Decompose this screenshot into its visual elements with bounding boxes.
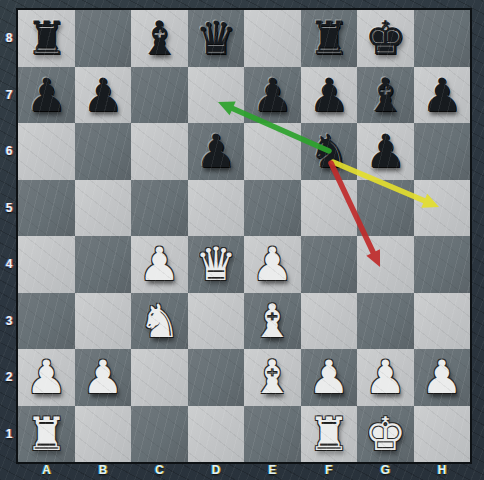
square-h2[interactable]: ♟	[414, 349, 471, 406]
chess-board[interactable]: ♜♝♛♜♚♟♟♟♟♝♟♟♞♟♟♛♟♞♝♟♟♝♟♟♟♜♜♚	[18, 10, 470, 462]
rank-labels: 87654321	[0, 10, 18, 462]
square-h4[interactable]	[414, 236, 471, 293]
square-d5[interactable]	[188, 180, 245, 237]
square-g6[interactable]: ♟	[357, 123, 414, 180]
white-bishop-e3[interactable]: ♝	[244, 293, 301, 350]
rank-label-2: 2	[0, 349, 18, 406]
file-label-c: C	[131, 460, 188, 480]
square-h5[interactable]	[414, 180, 471, 237]
square-d1[interactable]	[188, 406, 245, 463]
square-f7[interactable]: ♟	[301, 67, 358, 124]
white-king-g1[interactable]: ♚	[357, 406, 414, 463]
square-b4[interactable]	[75, 236, 132, 293]
black-bishop-c8[interactable]: ♝	[131, 10, 188, 67]
white-queen-d4[interactable]: ♛	[188, 236, 245, 293]
square-g5[interactable]	[357, 180, 414, 237]
square-e5[interactable]	[244, 180, 301, 237]
square-a5[interactable]	[18, 180, 75, 237]
rank-label-6: 6	[0, 123, 18, 180]
black-pawn-h7[interactable]: ♟	[414, 67, 471, 124]
file-labels: ABCDEFGH	[18, 460, 470, 480]
square-h3[interactable]	[414, 293, 471, 350]
square-b6[interactable]	[75, 123, 132, 180]
square-d2[interactable]	[188, 349, 245, 406]
square-b1[interactable]	[75, 406, 132, 463]
square-g7[interactable]: ♝	[357, 67, 414, 124]
chess-board-app: 87654321 ♜♝♛♜♚♟♟♟♟♝♟♟♞♟♟♛♟♞♝♟♟♝♟♟♟♜♜♚ AB…	[0, 0, 484, 480]
square-c7[interactable]	[131, 67, 188, 124]
white-pawn-c4[interactable]: ♟	[131, 236, 188, 293]
square-f8[interactable]: ♜	[301, 10, 358, 67]
white-pawn-b2[interactable]: ♟	[75, 349, 132, 406]
black-knight-f6[interactable]: ♞	[301, 123, 358, 180]
black-rook-a8[interactable]: ♜	[18, 10, 75, 67]
square-f6[interactable]: ♞	[301, 123, 358, 180]
square-e3[interactable]: ♝	[244, 293, 301, 350]
square-e8[interactable]	[244, 10, 301, 67]
file-label-f: F	[301, 460, 358, 480]
square-a7[interactable]: ♟	[18, 67, 75, 124]
square-c8[interactable]: ♝	[131, 10, 188, 67]
square-b5[interactable]	[75, 180, 132, 237]
square-a2[interactable]: ♟	[18, 349, 75, 406]
square-c2[interactable]	[131, 349, 188, 406]
rank-label-8: 8	[0, 10, 18, 67]
square-d8[interactable]: ♛	[188, 10, 245, 67]
file-label-a: A	[18, 460, 75, 480]
file-label-d: D	[188, 460, 245, 480]
square-f4[interactable]	[301, 236, 358, 293]
square-g3[interactable]	[357, 293, 414, 350]
square-f5[interactable]	[301, 180, 358, 237]
white-bishop-e2[interactable]: ♝	[244, 349, 301, 406]
square-h1[interactable]	[414, 406, 471, 463]
black-bishop-g7[interactable]: ♝	[357, 67, 414, 124]
white-pawn-h2[interactable]: ♟	[414, 349, 471, 406]
black-pawn-b7[interactable]: ♟	[75, 67, 132, 124]
square-d6[interactable]: ♟	[188, 123, 245, 180]
square-e6[interactable]	[244, 123, 301, 180]
square-c1[interactable]	[131, 406, 188, 463]
file-label-b: B	[75, 460, 132, 480]
file-label-h: H	[414, 460, 471, 480]
rank-label-4: 4	[0, 236, 18, 293]
rank-label-1: 1	[0, 406, 18, 463]
black-king-g8[interactable]: ♚	[357, 10, 414, 67]
file-label-e: E	[244, 460, 301, 480]
square-a6[interactable]	[18, 123, 75, 180]
rank-label-5: 5	[0, 180, 18, 237]
square-e7[interactable]: ♟	[244, 67, 301, 124]
square-g8[interactable]: ♚	[357, 10, 414, 67]
square-f1[interactable]: ♜	[301, 406, 358, 463]
square-a8[interactable]: ♜	[18, 10, 75, 67]
square-d7[interactable]	[188, 67, 245, 124]
rank-label-7: 7	[0, 67, 18, 124]
square-b7[interactable]: ♟	[75, 67, 132, 124]
white-knight-c3[interactable]: ♞	[131, 293, 188, 350]
square-d4[interactable]: ♛	[188, 236, 245, 293]
black-queen-d8[interactable]: ♛	[188, 10, 245, 67]
square-b8[interactable]	[75, 10, 132, 67]
square-a1[interactable]: ♜	[18, 406, 75, 463]
square-a3[interactable]	[18, 293, 75, 350]
black-pawn-g6[interactable]: ♟	[357, 123, 414, 180]
square-c3[interactable]: ♞	[131, 293, 188, 350]
black-rook-f8[interactable]: ♜	[301, 10, 358, 67]
black-pawn-d6[interactable]: ♟	[188, 123, 245, 180]
square-g2[interactable]: ♟	[357, 349, 414, 406]
square-f3[interactable]	[301, 293, 358, 350]
square-c6[interactable]	[131, 123, 188, 180]
square-e4[interactable]: ♟	[244, 236, 301, 293]
square-b2[interactable]: ♟	[75, 349, 132, 406]
rank-label-3: 3	[0, 293, 18, 350]
file-label-g: G	[357, 460, 414, 480]
square-e1[interactable]	[244, 406, 301, 463]
square-f2[interactable]: ♟	[301, 349, 358, 406]
square-e2[interactable]: ♝	[244, 349, 301, 406]
white-pawn-e4[interactable]: ♟	[244, 236, 301, 293]
square-g4[interactable]	[357, 236, 414, 293]
white-pawn-f2[interactable]: ♟	[301, 349, 358, 406]
white-rook-f1[interactable]: ♜	[301, 406, 358, 463]
black-pawn-a7[interactable]: ♟	[18, 67, 75, 124]
square-c4[interactable]: ♟	[131, 236, 188, 293]
square-h6[interactable]	[414, 123, 471, 180]
white-pawn-g2[interactable]: ♟	[357, 349, 414, 406]
square-h8[interactable]	[414, 10, 471, 67]
square-b3[interactable]	[75, 293, 132, 350]
white-rook-a1[interactable]: ♜	[18, 406, 75, 463]
square-h7[interactable]: ♟	[414, 67, 471, 124]
white-pawn-a2[interactable]: ♟	[18, 349, 75, 406]
black-pawn-e7[interactable]: ♟	[244, 67, 301, 124]
square-c5[interactable]	[131, 180, 188, 237]
square-d3[interactable]	[188, 293, 245, 350]
square-a4[interactable]	[18, 236, 75, 293]
square-g1[interactable]: ♚	[357, 406, 414, 463]
black-pawn-f7[interactable]: ♟	[301, 67, 358, 124]
